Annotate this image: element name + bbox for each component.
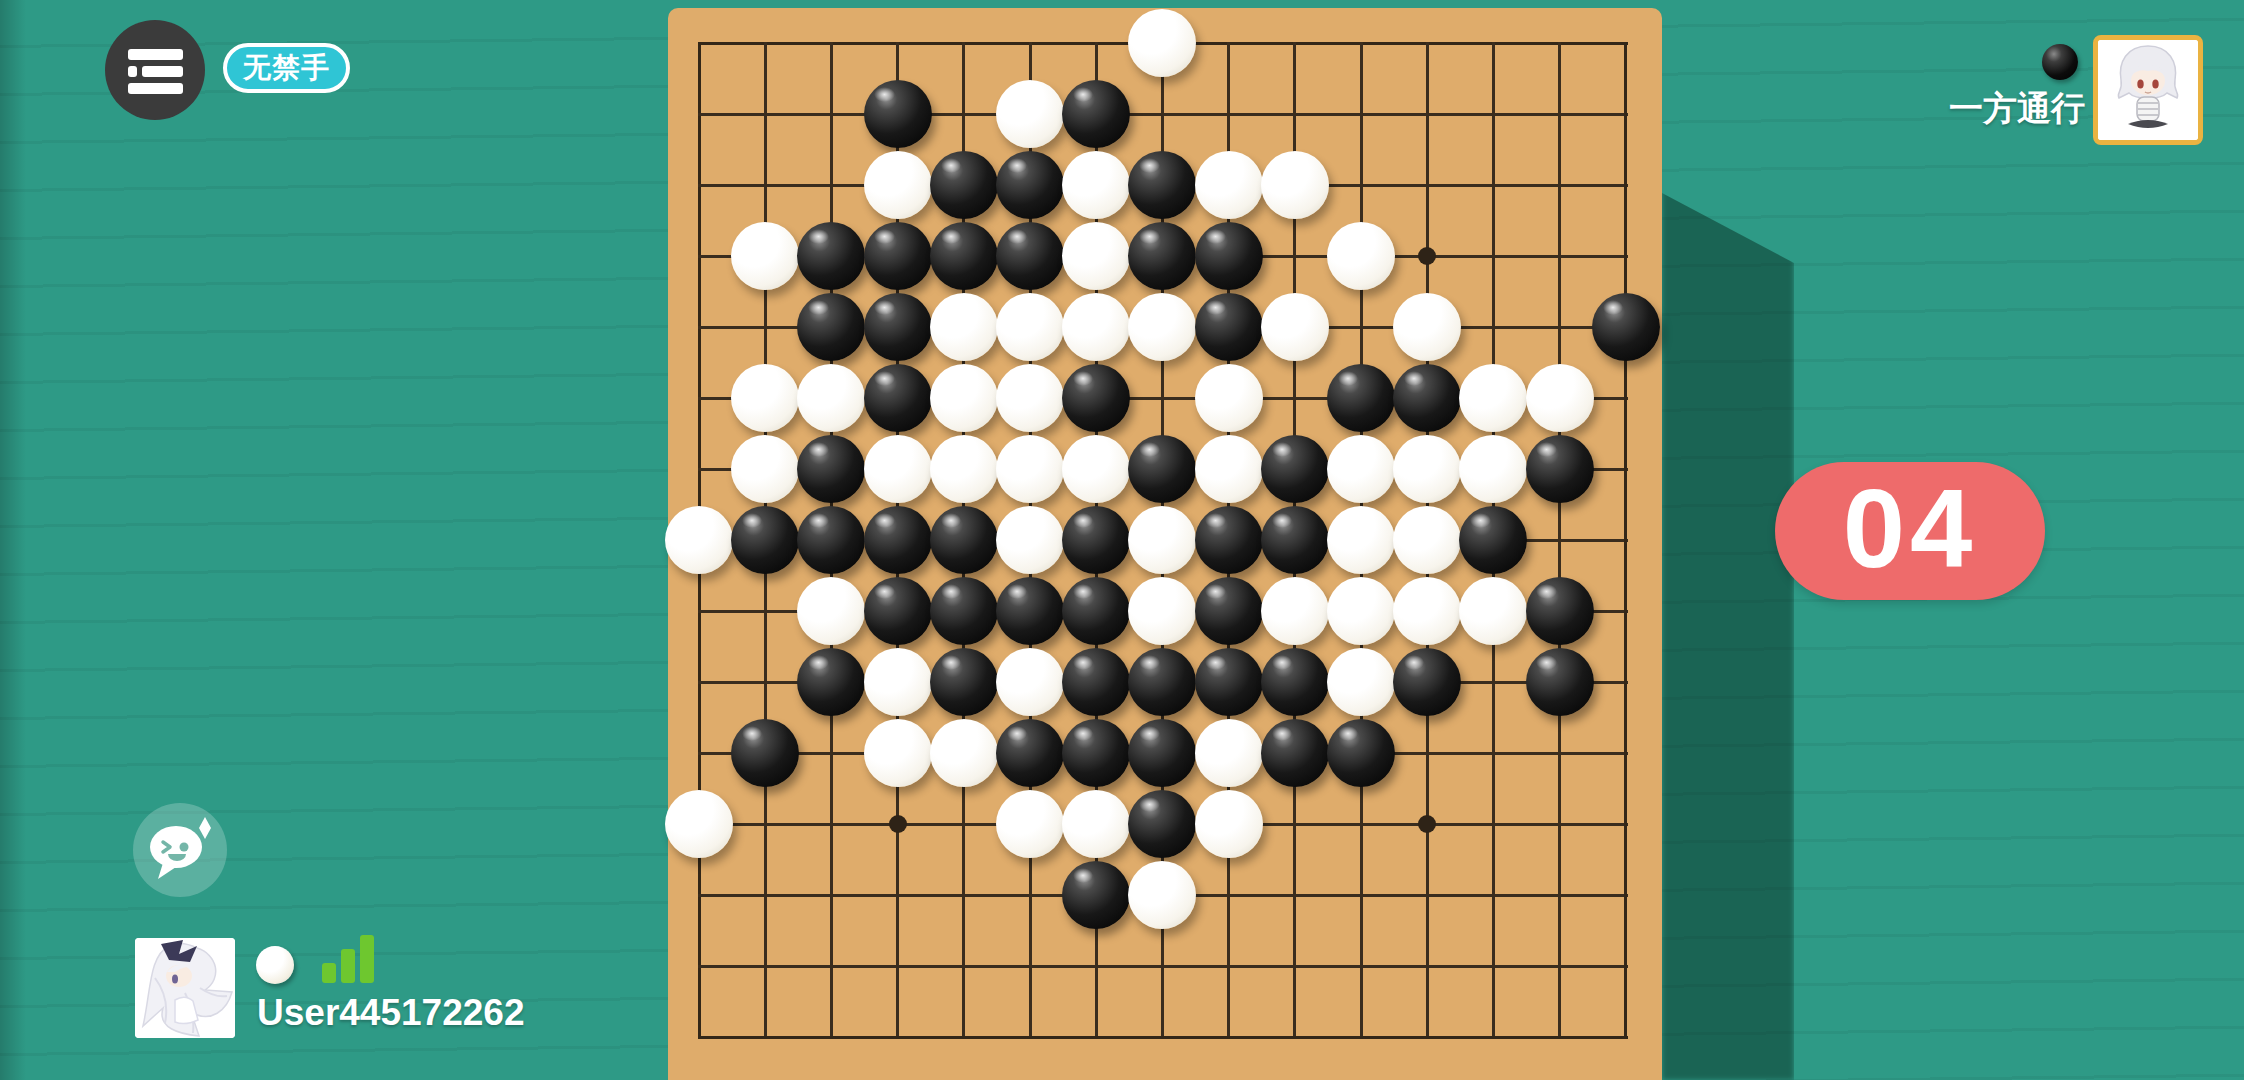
anime-girl-white-hair-icon: [135, 938, 235, 1038]
white-stone: [1261, 293, 1329, 361]
menu-button[interactable]: [105, 20, 205, 120]
white-stone: [797, 364, 865, 432]
hamburger-menu-icon: [128, 49, 183, 60]
white-stone: [1128, 861, 1196, 929]
black-stone: [1062, 506, 1130, 574]
black-stone: [864, 293, 932, 361]
grid-line-horizontal: [698, 965, 1628, 968]
white-stone: [996, 648, 1064, 716]
black-stone: [797, 222, 865, 290]
black-stone: [797, 293, 865, 361]
white-stone: [1393, 577, 1461, 645]
black-stone: [1062, 861, 1130, 929]
white-stone: [1327, 435, 1395, 503]
white-stone: [1459, 435, 1527, 503]
black-stone: [864, 80, 932, 148]
opponent-name: 一方通行: [1949, 86, 2085, 132]
player-stone-indicator-white: [256, 946, 294, 984]
white-stone: [1393, 435, 1461, 503]
black-stone: [864, 506, 932, 574]
white-stone: [1195, 151, 1263, 219]
black-stone: [1128, 719, 1196, 787]
white-stone: [996, 364, 1064, 432]
white-stone: [1261, 151, 1329, 219]
rule-badge: 无禁手: [223, 43, 350, 93]
white-stone: [1128, 506, 1196, 574]
white-stone: [1128, 577, 1196, 645]
black-stone: [930, 151, 998, 219]
white-stone: [797, 577, 865, 645]
opponent-avatar[interactable]: [2093, 35, 2203, 145]
white-stone: [731, 364, 799, 432]
black-stone: [1261, 719, 1329, 787]
black-stone: [1128, 222, 1196, 290]
black-stone: [1261, 506, 1329, 574]
black-stone: [1128, 790, 1196, 858]
black-stone: [1062, 364, 1130, 432]
white-stone: [864, 719, 932, 787]
player-avatar[interactable]: [135, 938, 235, 1038]
white-stone: [930, 364, 998, 432]
black-stone: [1062, 719, 1130, 787]
white-stone: [1195, 790, 1263, 858]
chat-button[interactable]: [133, 803, 227, 897]
black-stone: [1393, 364, 1461, 432]
black-stone: [797, 648, 865, 716]
black-stone: [1195, 506, 1263, 574]
move-timer-badge: 04: [1775, 462, 2045, 600]
black-stone: [930, 577, 998, 645]
chat-bubble-wink-icon: [133, 803, 227, 897]
black-stone: [1526, 577, 1594, 645]
white-stone: [1062, 222, 1130, 290]
white-stone: [731, 222, 799, 290]
white-stone: [996, 80, 1064, 148]
white-stone: [1393, 293, 1461, 361]
star-point: [889, 815, 907, 833]
black-stone: [1128, 435, 1196, 503]
black-stone: [1062, 80, 1130, 148]
player-name: User445172262: [257, 992, 524, 1034]
black-stone: [930, 506, 998, 574]
black-stone: [1128, 648, 1196, 716]
black-stone: [1393, 648, 1461, 716]
board-shadow: [1662, 0, 1794, 1080]
black-stone: [797, 435, 865, 503]
black-stone: [1526, 648, 1594, 716]
white-stone: [1327, 577, 1395, 645]
white-stone: [1062, 293, 1130, 361]
white-stone: [930, 293, 998, 361]
white-stone: [996, 506, 1064, 574]
black-stone: [1592, 293, 1660, 361]
white-stone: [864, 435, 932, 503]
white-stone: [1195, 435, 1263, 503]
white-stone: [1459, 577, 1527, 645]
white-stone: [930, 719, 998, 787]
black-stone: [1261, 648, 1329, 716]
black-stone: [731, 719, 799, 787]
black-stone: [1195, 648, 1263, 716]
white-stone: [1195, 364, 1263, 432]
black-stone: [1195, 222, 1263, 290]
white-stone: [996, 293, 1064, 361]
grid-line-vertical: [1624, 42, 1627, 1039]
white-stone: [864, 648, 932, 716]
black-stone: [996, 577, 1064, 645]
star-point: [1418, 815, 1436, 833]
white-stone: [1459, 364, 1527, 432]
white-stone: [1128, 9, 1196, 77]
black-stone: [930, 222, 998, 290]
black-stone: [1327, 364, 1395, 432]
black-stone: [996, 151, 1064, 219]
board[interactable]: [668, 8, 1662, 1080]
white-stone: [665, 790, 733, 858]
anime-character-white-hair-icon: [2098, 40, 2198, 140]
black-stone: [797, 506, 865, 574]
white-stone: [1327, 648, 1395, 716]
white-stone: [1327, 222, 1395, 290]
white-stone: [1062, 790, 1130, 858]
grid-line-horizontal: [698, 1036, 1628, 1039]
white-stone: [1526, 364, 1594, 432]
black-stone: [996, 719, 1064, 787]
signal-bars-icon: [322, 963, 336, 983]
black-stone: [1195, 293, 1263, 361]
black-stone: [996, 222, 1064, 290]
black-stone: [1195, 577, 1263, 645]
star-point: [1418, 247, 1436, 265]
white-stone: [1062, 151, 1130, 219]
black-stone: [864, 222, 932, 290]
black-stone: [930, 648, 998, 716]
white-stone: [996, 790, 1064, 858]
black-stone: [864, 577, 932, 645]
black-stone: [1526, 435, 1594, 503]
white-stone: [731, 435, 799, 503]
white-stone: [1062, 435, 1130, 503]
grid-line-vertical: [1558, 42, 1561, 1039]
white-stone: [665, 506, 733, 574]
black-stone: [864, 364, 932, 432]
black-stone: [731, 506, 799, 574]
white-stone: [1195, 719, 1263, 787]
white-stone: [1393, 506, 1461, 574]
white-stone: [930, 435, 998, 503]
white-stone: [1261, 577, 1329, 645]
black-stone: [1062, 648, 1130, 716]
white-stone: [996, 435, 1064, 503]
black-stone: [1261, 435, 1329, 503]
black-stone: [1128, 151, 1196, 219]
black-stone: [1062, 577, 1130, 645]
white-stone: [864, 151, 932, 219]
white-stone: [1128, 293, 1196, 361]
white-stone: [1327, 506, 1395, 574]
opponent-stone-indicator-black: [2042, 44, 2078, 80]
black-stone: [1459, 506, 1527, 574]
black-stone: [1327, 719, 1395, 787]
gomoku-game-screen: 无禁手 一方通行 04: [0, 0, 2244, 1080]
